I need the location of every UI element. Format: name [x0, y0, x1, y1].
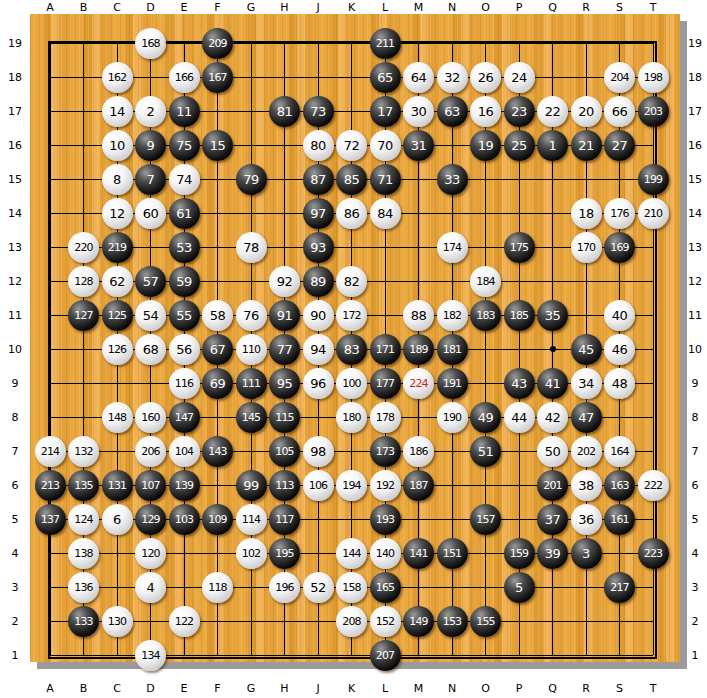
stone-S10: 46 [604, 334, 635, 365]
stone-R14: 18 [571, 198, 602, 229]
move-number: 193 [376, 514, 395, 525]
stone-D14: 60 [135, 198, 166, 229]
stone-E18: 166 [169, 62, 200, 93]
stone-N10: 181 [437, 334, 468, 365]
row-label-right: 9 [692, 377, 699, 390]
move-number: 210 [644, 208, 663, 219]
move-number: 183 [476, 310, 495, 321]
move-number: 196 [275, 582, 294, 593]
move-number: 158 [342, 582, 361, 593]
move-number: 104 [175, 446, 194, 457]
stone-R13: 170 [571, 232, 602, 263]
move-number: 72 [344, 139, 360, 152]
move-number: 96 [310, 377, 326, 390]
move-number: 168 [141, 38, 160, 49]
move-number: 50 [545, 445, 561, 458]
move-number: 23 [511, 105, 527, 118]
move-number: 87 [310, 173, 326, 186]
col-label-top: A [46, 1, 54, 14]
move-number: 79 [243, 173, 259, 186]
stone-L6: 192 [370, 470, 401, 501]
stone-E6: 139 [169, 470, 200, 501]
stone-H6: 113 [269, 470, 300, 501]
move-number: 182 [443, 310, 462, 321]
stone-F11: 58 [202, 300, 233, 331]
row-label-left: 19 [8, 37, 22, 50]
move-number: 116 [175, 378, 194, 389]
stone-M2: 149 [403, 606, 434, 637]
stone-R5: 36 [571, 504, 602, 535]
stone-R4: 3 [571, 538, 602, 569]
stone-D4: 120 [135, 538, 166, 569]
stone-K16: 72 [336, 130, 367, 161]
stone-T15: 199 [638, 164, 669, 195]
stone-E16: 75 [169, 130, 200, 161]
stone-P11: 185 [504, 300, 535, 331]
stone-C12: 62 [102, 266, 133, 297]
col-label-top: T [650, 1, 657, 14]
move-number: 40 [612, 309, 628, 322]
move-number: 39 [545, 547, 561, 560]
move-number: 73 [310, 105, 326, 118]
move-number: 21 [578, 139, 594, 152]
stone-L8: 178 [370, 402, 401, 433]
go-board[interactable]: 1234567891011121415161718192021222324252… [30, 14, 680, 662]
row-label-left: 13 [8, 241, 22, 254]
stone-C17: 14 [102, 96, 133, 127]
stone-N11: 182 [437, 300, 468, 331]
move-number: 157 [476, 514, 495, 525]
move-number: 54 [143, 309, 159, 322]
stone-C13: 219 [102, 232, 133, 263]
stone-B11: 127 [68, 300, 99, 331]
row-label-left: 6 [12, 479, 19, 492]
stone-P4: 159 [504, 538, 535, 569]
move-number: 12 [109, 207, 125, 220]
move-number: 110 [242, 344, 261, 355]
stone-O17: 16 [470, 96, 501, 127]
move-number: 126 [108, 344, 127, 355]
move-number: 75 [176, 139, 192, 152]
stone-D11: 54 [135, 300, 166, 331]
move-number: 7 [147, 173, 155, 186]
move-number: 220 [74, 242, 93, 253]
stone-M16: 31 [403, 130, 434, 161]
last-move-number: 224 [409, 378, 428, 389]
stone-A5: 137 [35, 504, 66, 535]
move-number: 141 [409, 548, 428, 559]
stone-G6: 99 [236, 470, 267, 501]
move-number: 38 [578, 479, 594, 492]
move-number: 222 [644, 480, 663, 491]
move-number: 98 [310, 445, 326, 458]
move-number: 204 [610, 72, 629, 83]
move-number: 24 [511, 71, 527, 84]
stone-G4: 102 [236, 538, 267, 569]
col-label-bottom: A [46, 682, 54, 695]
col-label-bottom: N [448, 682, 456, 695]
move-number: 130 [108, 616, 127, 627]
move-number: 26 [478, 71, 494, 84]
stone-L7: 173 [370, 436, 401, 467]
move-number: 90 [310, 309, 326, 322]
stone-C11: 125 [102, 300, 133, 331]
move-number: 97 [310, 207, 326, 220]
move-number: 99 [243, 479, 259, 492]
stone-R7: 202 [571, 436, 602, 467]
move-number: 159 [510, 548, 529, 559]
stone-C6: 131 [102, 470, 133, 501]
stone-G10: 110 [236, 334, 267, 365]
stone-S16: 27 [604, 130, 635, 161]
stone-E5: 103 [169, 504, 200, 535]
move-number: 18 [578, 207, 594, 220]
move-number: 15 [210, 139, 226, 152]
move-number: 53 [176, 241, 192, 254]
stone-B4: 138 [68, 538, 99, 569]
stone-S3: 217 [604, 572, 635, 603]
stone-K6: 194 [336, 470, 367, 501]
stone-C10: 126 [102, 334, 133, 365]
stone-M7: 186 [403, 436, 434, 467]
stone-B13: 220 [68, 232, 99, 263]
col-label-bottom: C [113, 682, 121, 695]
move-number: 93 [310, 241, 326, 254]
move-number: 94 [310, 343, 326, 356]
stone-K4: 144 [336, 538, 367, 569]
col-label-top: S [616, 1, 623, 14]
move-number: 46 [612, 343, 628, 356]
stone-E15: 74 [169, 164, 200, 195]
move-number: 88 [411, 309, 427, 322]
move-number: 3 [582, 547, 590, 560]
stone-R16: 21 [571, 130, 602, 161]
stone-T6: 222 [638, 470, 669, 501]
stone-C15: 8 [102, 164, 133, 195]
move-number: 170 [577, 242, 596, 253]
col-label-bottom: P [516, 682, 523, 695]
move-number: 8 [113, 173, 121, 186]
col-label-top: D [146, 1, 154, 14]
move-number: 206 [141, 446, 160, 457]
stone-E12: 59 [169, 266, 200, 297]
move-number: 77 [277, 343, 293, 356]
stone-F19: 209 [202, 28, 233, 59]
stone-T18: 198 [638, 62, 669, 93]
move-number: 10 [109, 139, 125, 152]
move-number: 68 [143, 343, 159, 356]
col-label-top: B [80, 1, 88, 14]
stone-A7: 214 [35, 436, 66, 467]
move-number: 164 [610, 446, 629, 457]
stone-S7: 164 [604, 436, 635, 467]
row-label-left: 8 [12, 411, 19, 424]
stone-Q5: 37 [537, 504, 568, 535]
stone-C5: 6 [102, 504, 133, 535]
row-label-left: 18 [8, 71, 22, 84]
stone-N8: 190 [437, 402, 468, 433]
stone-C18: 162 [102, 62, 133, 93]
col-label-bottom: K [348, 682, 355, 695]
stone-J9: 96 [303, 368, 334, 399]
stone-O16: 19 [470, 130, 501, 161]
stone-H7: 105 [269, 436, 300, 467]
stone-S9: 48 [604, 368, 635, 399]
stone-O2: 155 [470, 606, 501, 637]
stone-F5: 109 [202, 504, 233, 535]
move-number: 186 [409, 446, 428, 457]
move-number: 149 [409, 616, 428, 627]
stone-M4: 141 [403, 538, 434, 569]
stone-G8: 145 [236, 402, 267, 433]
move-number: 65 [377, 71, 393, 84]
col-label-bottom: S [616, 682, 623, 695]
stone-L2: 152 [370, 606, 401, 637]
stone-J14: 97 [303, 198, 334, 229]
stone-F9: 69 [202, 368, 233, 399]
move-number: 63 [444, 105, 460, 118]
stone-P13: 175 [504, 232, 535, 263]
stone-D5: 129 [135, 504, 166, 535]
move-number: 76 [243, 309, 259, 322]
stone-D17: 2 [135, 96, 166, 127]
col-label-bottom: R [582, 682, 590, 695]
move-number: 208 [342, 616, 361, 627]
row-label-left: 1 [12, 649, 19, 662]
move-number: 34 [578, 377, 594, 390]
move-number: 166 [175, 72, 194, 83]
move-number: 36 [578, 513, 594, 526]
move-number: 203 [644, 106, 663, 117]
stone-O8: 49 [470, 402, 501, 433]
stone-H17: 81 [269, 96, 300, 127]
move-number: 162 [108, 72, 127, 83]
move-number: 32 [444, 71, 460, 84]
stone-E11: 55 [169, 300, 200, 331]
stone-Q9: 41 [537, 368, 568, 399]
move-number: 167 [208, 72, 227, 83]
move-number: 92 [277, 275, 293, 288]
stone-P8: 44 [504, 402, 535, 433]
row-label-right: 16 [688, 139, 702, 152]
move-number: 84 [377, 207, 393, 220]
move-number: 58 [210, 309, 226, 322]
stone-K2: 208 [336, 606, 367, 637]
stone-M17: 30 [403, 96, 434, 127]
stone-P17: 23 [504, 96, 535, 127]
move-number: 140 [376, 548, 395, 559]
move-number: 127 [74, 310, 93, 321]
row-label-left: 12 [8, 275, 22, 288]
col-label-bottom: F [214, 682, 220, 695]
row-label-left: 3 [12, 581, 19, 594]
move-number: 44 [511, 411, 527, 424]
stone-F10: 67 [202, 334, 233, 365]
move-number: 35 [545, 309, 561, 322]
move-number: 49 [478, 411, 494, 424]
row-label-right: 13 [688, 241, 702, 254]
stone-J13: 93 [303, 232, 334, 263]
move-number: 102 [242, 548, 261, 559]
stone-L16: 70 [370, 130, 401, 161]
col-label-bottom: E [181, 682, 188, 695]
stone-T4: 223 [638, 538, 669, 569]
move-number: 91 [277, 309, 293, 322]
move-number: 194 [342, 480, 361, 491]
move-number: 95 [277, 377, 293, 390]
stone-K12: 82 [336, 266, 367, 297]
move-number: 25 [511, 139, 527, 152]
move-number: 66 [612, 105, 628, 118]
move-number: 85 [344, 173, 360, 186]
stone-B3: 136 [68, 572, 99, 603]
move-number: 219 [108, 242, 127, 253]
move-number: 37 [545, 513, 561, 526]
move-number: 133 [74, 616, 93, 627]
move-number: 178 [376, 412, 395, 423]
move-number: 11 [176, 105, 192, 118]
move-number: 78 [243, 241, 259, 254]
stone-D15: 7 [135, 164, 166, 195]
move-number: 106 [309, 480, 328, 491]
move-number: 56 [176, 343, 192, 356]
move-number: 152 [376, 616, 395, 627]
move-number: 5 [515, 581, 523, 594]
row-label-left: 5 [12, 513, 19, 526]
stone-B12: 128 [68, 266, 99, 297]
move-number: 198 [644, 72, 663, 83]
move-number: 27 [612, 139, 628, 152]
move-number: 177 [376, 378, 395, 389]
row-label-right: 2 [692, 615, 699, 628]
move-number: 67 [210, 343, 226, 356]
move-number: 199 [644, 174, 663, 185]
stone-P16: 25 [504, 130, 535, 161]
col-label-bottom: L [382, 682, 388, 695]
stone-B7: 132 [68, 436, 99, 467]
move-number: 161 [610, 514, 629, 525]
move-number: 189 [409, 344, 428, 355]
move-number: 43 [511, 377, 527, 390]
move-number: 114 [242, 514, 261, 525]
stone-K3: 158 [336, 572, 367, 603]
stone-R17: 20 [571, 96, 602, 127]
move-number: 169 [610, 242, 629, 253]
star-point [550, 346, 556, 352]
stone-Q6: 201 [537, 470, 568, 501]
stone-Q16: 1 [537, 130, 568, 161]
move-number: 1 [549, 139, 557, 152]
move-number: 69 [210, 377, 226, 390]
row-label-left: 4 [12, 547, 19, 560]
stone-K10: 83 [336, 334, 367, 365]
row-label-right: 1 [692, 649, 699, 662]
stone-L17: 17 [370, 96, 401, 127]
move-number: 71 [377, 173, 393, 186]
stone-L18: 65 [370, 62, 401, 93]
move-number: 14 [109, 105, 125, 118]
stone-C8: 148 [102, 402, 133, 433]
move-number: 144 [342, 548, 361, 559]
stone-E2: 122 [169, 606, 200, 637]
stone-H12: 92 [269, 266, 300, 297]
col-label-bottom: G [247, 682, 256, 695]
stone-H8: 115 [269, 402, 300, 433]
row-label-right: 7 [692, 445, 699, 458]
move-number: 89 [310, 275, 326, 288]
move-number: 52 [310, 581, 326, 594]
stone-K11: 172 [336, 300, 367, 331]
go-diagram-page: 1234567891011121415161718192021222324252… [0, 0, 707, 698]
stone-P9: 43 [504, 368, 535, 399]
stone-K9: 100 [336, 368, 367, 399]
move-number: 147 [175, 412, 194, 423]
stone-G13: 78 [236, 232, 267, 263]
move-number: 174 [443, 242, 462, 253]
stone-M10: 189 [403, 334, 434, 365]
stone-J6: 106 [303, 470, 334, 501]
move-number: 187 [409, 480, 428, 491]
move-number: 132 [74, 446, 93, 457]
col-label-bottom: B [80, 682, 88, 695]
stone-E10: 56 [169, 334, 200, 365]
col-label-top: G [247, 1, 256, 14]
move-number: 145 [242, 412, 261, 423]
move-number: 202 [577, 446, 596, 457]
stone-E8: 147 [169, 402, 200, 433]
move-number: 151 [443, 548, 462, 559]
move-number: 4 [147, 581, 155, 594]
stone-E17: 11 [169, 96, 200, 127]
col-label-top: L [382, 1, 388, 14]
move-number: 61 [176, 207, 192, 220]
stone-R8: 47 [571, 402, 602, 433]
move-number: 19 [478, 139, 494, 152]
move-number: 190 [443, 412, 462, 423]
stone-R10: 45 [571, 334, 602, 365]
col-label-top: K [348, 1, 355, 14]
stone-H10: 77 [269, 334, 300, 365]
stone-B2: 133 [68, 606, 99, 637]
move-number: 165 [376, 582, 395, 593]
row-label-left: 7 [12, 445, 19, 458]
move-number: 74 [176, 173, 192, 186]
stone-P18: 24 [504, 62, 535, 93]
move-number: 195 [275, 548, 294, 559]
stone-H3: 196 [269, 572, 300, 603]
stone-B5: 124 [68, 504, 99, 535]
col-label-top: J [316, 1, 319, 14]
move-number: 42 [545, 411, 561, 424]
col-label-top: M [414, 1, 424, 14]
col-label-top: N [448, 1, 456, 14]
move-number: 81 [277, 105, 293, 118]
move-number: 185 [510, 310, 529, 321]
col-label-bottom: O [481, 682, 490, 695]
stone-F7: 143 [202, 436, 233, 467]
move-number: 47 [578, 411, 594, 424]
move-number: 83 [344, 343, 360, 356]
stone-O7: 51 [470, 436, 501, 467]
col-label-top: P [516, 1, 523, 14]
move-number: 82 [344, 275, 360, 288]
stone-S17: 66 [604, 96, 635, 127]
stone-J3: 52 [303, 572, 334, 603]
move-number: 64 [411, 71, 427, 84]
stone-N15: 33 [437, 164, 468, 195]
move-number: 100 [342, 378, 361, 389]
stone-E13: 53 [169, 232, 200, 263]
